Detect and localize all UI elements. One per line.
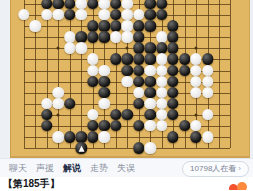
black-stone: [121, 65, 132, 76]
black-stone: [133, 65, 144, 76]
black-stone: [167, 87, 178, 98]
white-stone: [190, 65, 201, 76]
white-stone: [76, 0, 87, 9]
white-stone: [53, 131, 64, 142]
white-stone: [144, 65, 155, 76]
black-stone: [133, 98, 144, 109]
black-stone: [167, 65, 178, 76]
white-stone: [156, 31, 167, 42]
black-stone: [133, 31, 144, 42]
white-stone: [190, 87, 201, 98]
tab-commentary-label: 解说: [63, 163, 81, 173]
white-stone: [121, 31, 132, 42]
move-number-row: 【第185手】: [0, 177, 253, 190]
white-stone: [99, 65, 110, 76]
black-stone: [121, 54, 132, 65]
black-stone: [53, 0, 64, 9]
black-stone: [41, 0, 52, 9]
black-stone: [144, 42, 155, 53]
black-stone: [87, 31, 98, 42]
white-stone: [133, 9, 144, 20]
white-stone: [76, 42, 87, 53]
black-stone: [110, 20, 121, 31]
white-stone: [53, 9, 64, 20]
tab-cheer-label: 声援: [36, 163, 54, 173]
black-stone: [133, 54, 144, 65]
black-stone: [133, 42, 144, 53]
black-stone: [110, 9, 121, 20]
white-stone: [156, 54, 167, 65]
black-stone: [190, 131, 201, 142]
black-stone: [87, 120, 98, 131]
black-stone: [144, 76, 155, 87]
live-go-app-screen: 聊天 声援 解说 走势 失误 10798人在看› 【第185手】: [0, 0, 253, 190]
white-stone: [202, 87, 213, 98]
black-stone: [156, 9, 167, 20]
black-stone: [156, 42, 167, 53]
black-stone: [110, 0, 121, 9]
black-stone: [41, 120, 52, 131]
black-stone: [87, 0, 98, 9]
white-stone: [144, 142, 155, 153]
white-stone: [202, 131, 213, 142]
black-stone: [167, 31, 178, 42]
white-stone: [156, 76, 167, 87]
black-stone: [133, 142, 144, 153]
move-number-label: 【第185手】: [3, 177, 60, 191]
viewer-count-pill[interactable]: 10798人在看›: [182, 161, 249, 177]
white-stone: [99, 9, 110, 20]
black-stone: [144, 87, 155, 98]
tab-chat[interactable]: 聊天: [9, 160, 27, 177]
black-stone: [64, 9, 75, 20]
tab-chat-label: 聊天: [9, 163, 27, 173]
white-stone: [41, 9, 52, 20]
tab-cheer[interactable]: 声援: [36, 160, 54, 177]
white-stone: [121, 9, 132, 20]
black-stone: [87, 131, 98, 142]
black-stone: [202, 54, 213, 65]
white-stone: [99, 98, 110, 109]
black-stone: [76, 142, 87, 153]
black-stone: [167, 76, 178, 87]
black-stone: [64, 0, 75, 9]
tab-bar: 聊天 声援 解说 走势 失误 10798人在看›: [0, 158, 253, 178]
white-stone: [87, 109, 98, 120]
white-stone: [156, 87, 167, 98]
white-stone: [121, 20, 132, 31]
white-stone: [156, 120, 167, 131]
white-stone: [110, 31, 121, 42]
white-stone: [190, 120, 201, 131]
white-stone: [87, 65, 98, 76]
white-stone: [18, 9, 29, 20]
white-stone: [144, 98, 155, 109]
black-stone: [133, 76, 144, 87]
black-stone: [167, 109, 178, 120]
black-stone: [76, 31, 87, 42]
black-stone: [144, 54, 155, 65]
black-stone: [179, 65, 190, 76]
reaction-icon[interactable]: [229, 182, 247, 190]
white-stone: [202, 65, 213, 76]
tab-commentary[interactable]: 解说: [63, 160, 81, 177]
black-stone: [144, 109, 155, 120]
black-stone: [156, 0, 167, 9]
black-stone: [167, 54, 178, 65]
last-move-triangle-marker: [78, 146, 84, 152]
black-stone: [99, 120, 110, 131]
black-stone: [64, 98, 75, 109]
white-stone: [41, 98, 52, 109]
white-stone: [190, 54, 201, 65]
white-stone: [202, 109, 213, 120]
white-stone: [190, 76, 201, 87]
white-stone: [121, 76, 132, 87]
chevron-right-icon: ›: [238, 164, 241, 173]
black-stone: [99, 87, 110, 98]
black-stone: [64, 131, 75, 142]
white-stone: [64, 31, 75, 42]
black-stone: [144, 20, 155, 31]
white-stone: [53, 87, 64, 98]
white-stone: [121, 0, 132, 9]
black-stone: [99, 76, 110, 87]
black-stone: [144, 9, 155, 20]
black-stone: [87, 76, 98, 87]
viewer-count-text: 10798人在看: [190, 164, 236, 173]
black-stone: [167, 98, 178, 109]
white-stone: [99, 0, 110, 9]
white-stone: [202, 76, 213, 87]
black-stone: [167, 42, 178, 53]
black-stone: [41, 109, 52, 120]
black-stone: [110, 120, 121, 131]
black-stone: [167, 131, 178, 142]
tab-mistakes-label: 失误: [117, 163, 135, 173]
tab-trend[interactable]: 走势: [90, 160, 108, 177]
black-stone: [121, 109, 132, 120]
white-stone: [156, 65, 167, 76]
white-stone: [64, 42, 75, 53]
white-stone: [30, 20, 41, 31]
go-board[interactable]: [0, 0, 253, 158]
tab-mistakes[interactable]: 失误: [117, 160, 135, 177]
white-stone: [53, 98, 64, 109]
black-stone: [179, 54, 190, 65]
white-stone: [76, 9, 87, 20]
white-stone: [156, 109, 167, 120]
white-stone: [144, 120, 155, 131]
black-stone: [133, 120, 144, 131]
white-stone: [99, 131, 110, 142]
black-stone: [99, 31, 110, 42]
board-grid: [0, 0, 253, 158]
black-stone: [144, 0, 155, 9]
black-stone: [110, 54, 121, 65]
white-stone: [133, 87, 144, 98]
black-stone: [99, 20, 110, 31]
tab-trend-label: 走势: [90, 163, 108, 173]
black-stone: [76, 131, 87, 142]
black-stone: [133, 20, 144, 31]
white-stone: [156, 98, 167, 109]
black-stone: [87, 20, 98, 31]
white-stone: [87, 54, 98, 65]
black-stone: [167, 20, 178, 31]
black-stone: [179, 120, 190, 131]
black-stone: [110, 109, 121, 120]
